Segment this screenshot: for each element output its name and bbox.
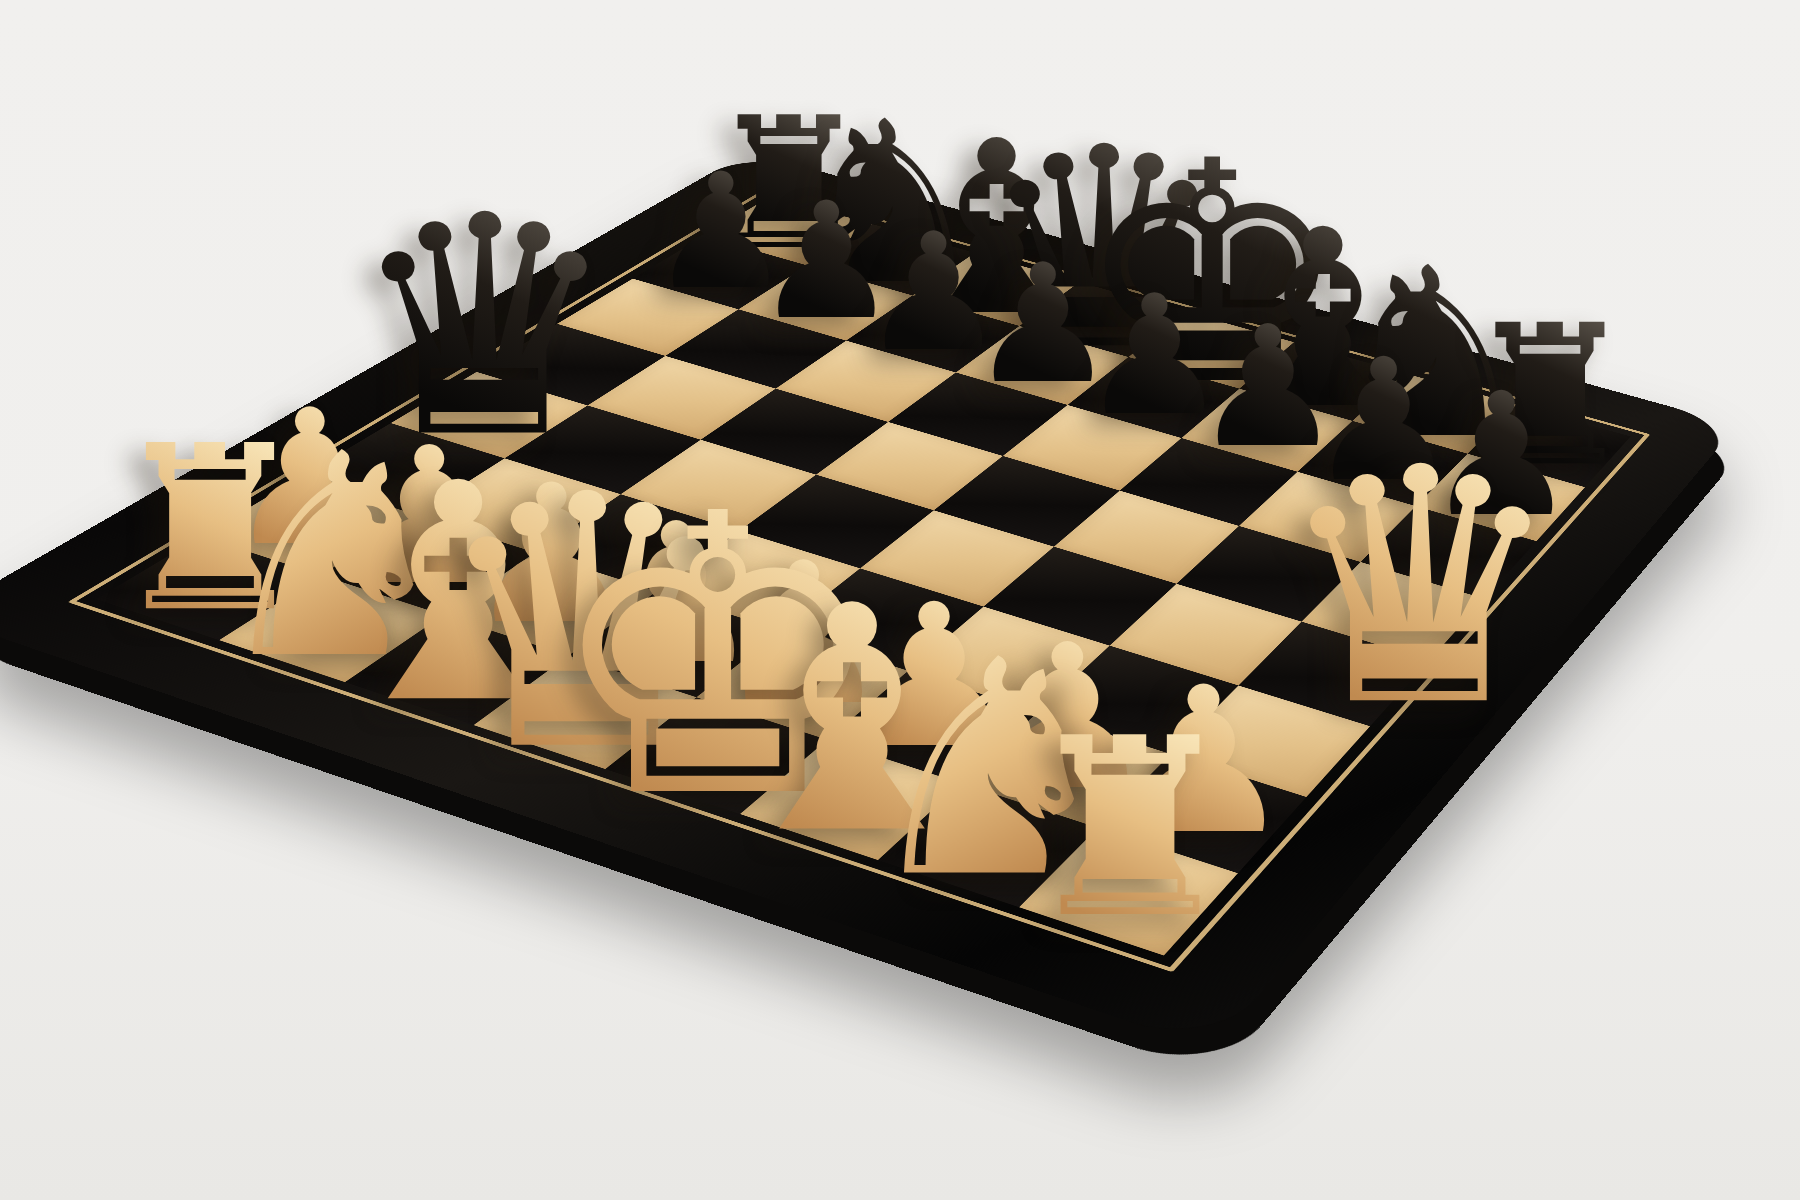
piece-white-rook-h1: ♜ [1020,730,1241,927]
piece-extra-white-queen: ♛ [1274,458,1566,718]
photo-background: ♜♞♝♛♚♝♞♜♟♟♟♟♟♟♟♟♟♟♟♟♟♟♟♟♜♞♝♛♚♝♞♜♛♛ [0,0,1800,1200]
pieces-layer: ♜♞♝♛♚♝♞♜♟♟♟♟♟♟♟♟♟♟♟♟♟♟♟♟♜♞♝♛♚♝♞♜♛♛ [0,0,1800,1200]
